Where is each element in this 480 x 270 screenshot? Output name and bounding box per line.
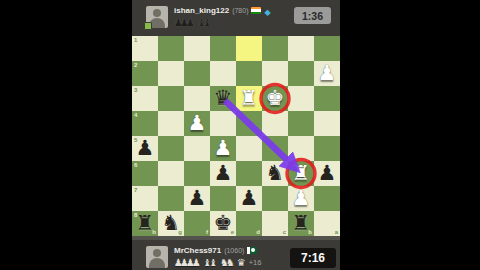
rank-label: 7 [134, 187, 137, 193]
square-e8[interactable]: e♚ [210, 211, 236, 236]
square-a5[interactable] [314, 136, 340, 161]
square-b7[interactable]: ♟ [288, 186, 314, 211]
square-h2[interactable]: 2 [132, 61, 158, 86]
white-rook: ♜ [236, 86, 262, 111]
black-king: ♚ [210, 211, 236, 236]
square-e3[interactable]: ♛ [210, 86, 236, 111]
captured-black-bishop-icons: ♝♝ [197, 17, 209, 28]
white-pawn: ♟ [184, 111, 210, 136]
square-a7[interactable] [314, 186, 340, 211]
black-pawn: ♟ [184, 186, 210, 211]
rank-label: 4 [134, 112, 137, 118]
white-king: ♚ [262, 86, 288, 111]
square-f8[interactable]: f [184, 211, 210, 236]
rank-label: 3 [134, 87, 137, 93]
top-player-avatar[interactable] [146, 6, 168, 28]
square-g7[interactable] [158, 186, 184, 211]
square-e2[interactable] [210, 61, 236, 86]
square-c4[interactable] [262, 111, 288, 136]
file-label: f [206, 229, 208, 235]
captured-white-pawn-icons: ♟♟♟♟ [174, 257, 198, 268]
white-pawn: ♟ [210, 136, 236, 161]
square-d6[interactable] [236, 161, 262, 186]
square-d3[interactable]: ♜ [236, 86, 262, 111]
square-g4[interactable] [158, 111, 184, 136]
india-flag-icon [251, 7, 261, 14]
square-e5[interactable]: ♟ [210, 136, 236, 161]
square-b6[interactable]: ♜ [288, 161, 314, 186]
rank-label: 1 [134, 37, 137, 43]
square-h7[interactable]: 7 [132, 186, 158, 211]
top-player-name[interactable]: ishan_king122 [174, 6, 229, 15]
avatar-body [149, 258, 165, 268]
file-label: d [256, 229, 260, 235]
black-queen: ♛ [210, 86, 236, 111]
black-pawn: ♟ [132, 136, 158, 161]
square-g6[interactable] [158, 161, 184, 186]
square-c5[interactable] [262, 136, 288, 161]
square-h4[interactable]: 4 [132, 111, 158, 136]
square-e6[interactable]: ♟ [210, 161, 236, 186]
square-c2[interactable] [262, 61, 288, 86]
rank-label: 6 [134, 162, 137, 168]
bottom-player-rating: (1060) [224, 247, 244, 254]
black-knight: ♞ [158, 211, 184, 236]
square-h5[interactable]: 5♟ [132, 136, 158, 161]
square-a1[interactable] [314, 36, 340, 61]
avatar-head [153, 9, 161, 17]
square-f5[interactable] [184, 136, 210, 161]
captured-white-knight-icons: ♞♞ [220, 257, 232, 268]
material-advantage: +16 [249, 258, 262, 267]
square-f3[interactable] [184, 86, 210, 111]
rank-label: 2 [134, 62, 137, 68]
avatar-head [153, 249, 161, 257]
captured-white-queen-icons: ♛ [237, 257, 243, 268]
game-screen: ishan_king122 (780) ♟♟♟♝♝ 1:36 12♟3♛♜♚4♟… [132, 0, 340, 270]
square-f6[interactable] [184, 161, 210, 186]
square-b2[interactable] [288, 61, 314, 86]
square-d1[interactable] [236, 36, 262, 61]
square-c7[interactable] [262, 186, 288, 211]
square-b1[interactable] [288, 36, 314, 61]
black-knight: ♞ [262, 161, 288, 186]
top-player-bar: ishan_king122 (780) ♟♟♟♝♝ 1:36 [132, 0, 340, 36]
square-d4[interactable] [236, 111, 262, 136]
top-player-captured-pieces: ♟♟♟♝♝ [174, 17, 271, 28]
square-c1[interactable] [262, 36, 288, 61]
bottom-player-avatar[interactable] [146, 246, 168, 268]
square-g1[interactable] [158, 36, 184, 61]
square-a8[interactable]: a [314, 211, 340, 236]
white-pawn: ♟ [288, 186, 314, 211]
square-g2[interactable] [158, 61, 184, 86]
square-b3[interactable] [288, 86, 314, 111]
file-label: a [335, 229, 338, 235]
square-a6[interactable]: ♟ [314, 161, 340, 186]
square-f2[interactable] [184, 61, 210, 86]
square-b5[interactable] [288, 136, 314, 161]
square-e4[interactable] [210, 111, 236, 136]
square-g8[interactable]: g♞ [158, 211, 184, 236]
captured-white-bishop-icons: ♝♝ [203, 257, 215, 268]
black-pawn: ♟ [314, 161, 340, 186]
square-a2[interactable]: ♟ [314, 61, 340, 86]
bottom-player-bar: MrChess971 (1060) ♟♟♟♟♝♝♞♞♛+16 7:16 [132, 236, 340, 270]
square-g3[interactable] [158, 86, 184, 111]
black-rook: ♜ [132, 211, 158, 236]
square-e1[interactable] [210, 36, 236, 61]
square-c6[interactable]: ♞ [262, 161, 288, 186]
black-pawn: ♟ [210, 161, 236, 186]
square-b4[interactable] [288, 111, 314, 136]
square-d7[interactable]: ♟ [236, 186, 262, 211]
square-e7[interactable] [210, 186, 236, 211]
square-h3[interactable]: 3 [132, 86, 158, 111]
bottom-player-name[interactable]: MrChess971 [174, 246, 221, 255]
square-d8[interactable]: d [236, 211, 262, 236]
square-d5[interactable] [236, 136, 262, 161]
online-status-dot [144, 22, 152, 30]
square-h8[interactable]: 8h♜ [132, 211, 158, 236]
square-h6[interactable]: 6 [132, 161, 158, 186]
bottom-player-clock: 7:16 [290, 248, 336, 268]
diamond-membership-icon [264, 1, 270, 19]
black-pawn: ♟ [236, 186, 262, 211]
bottom-player-captured-pieces: ♟♟♟♟♝♝♞♞♛+16 [174, 257, 261, 268]
file-label: c [283, 229, 286, 235]
captured-black-pawn-icons: ♟♟♟ [174, 17, 192, 28]
square-h1[interactable]: 1 [132, 36, 158, 61]
square-c8[interactable]: c [262, 211, 288, 236]
square-f1[interactable] [184, 36, 210, 61]
pakistan-flag-icon [247, 247, 257, 254]
white-rook: ♜ [288, 161, 314, 186]
square-a3[interactable] [314, 86, 340, 111]
white-pawn: ♟ [314, 61, 340, 86]
chess-board: 12♟3♛♜♚4♟5♟♟6♟♞♜♟7♟♟♟8h♜g♞fe♚dcb♜a [132, 36, 340, 236]
top-player-rating: (780) [232, 7, 248, 14]
square-c3[interactable]: ♚ [262, 86, 288, 111]
square-f4[interactable]: ♟ [184, 111, 210, 136]
black-rook: ♜ [288, 211, 314, 236]
square-a4[interactable] [314, 111, 340, 136]
top-player-clock: 1:36 [294, 7, 331, 24]
square-b8[interactable]: b♜ [288, 211, 314, 236]
square-d2[interactable] [236, 61, 262, 86]
square-g5[interactable] [158, 136, 184, 161]
square-f7[interactable]: ♟ [184, 186, 210, 211]
